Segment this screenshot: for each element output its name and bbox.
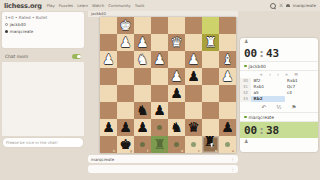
move-nav-bar: « ‹ › » ≡ [240,71,318,78]
file-coordinate: e [164,150,166,153]
takeback-button[interactable]: ↶ [262,102,267,112]
square-c2[interactable] [185,34,202,51]
game-info-card: 1+0 • Rated • Bullet jackb40 marqcreate [2,12,84,48]
square-d7[interactable]: ♞ [168,119,185,136]
square-f8[interactable] [134,136,151,153]
bottom-player-name[interactable]: marqcreate [249,115,274,120]
chess-board[interactable]: ♚♟♟♛♜♟♞♟♟♝♟♟♟♟♞♟♟♟♟♞♛♟♚♜♜hgfedcba1234567… [100,17,236,153]
square-h3[interactable]: ♟ [100,51,117,68]
white-rook[interactable]: ♜ [202,34,219,51]
nav-right: ⚔ marqcreate [270,3,316,9]
white-pawn[interactable]: ♟ [117,34,134,51]
mouse-cursor [210,143,214,149]
online-dot [244,65,247,68]
square-b1[interactable] [202,17,219,34]
square-d5[interactable]: ♟ [168,85,185,102]
white-pawn[interactable]: ♟ [134,34,151,51]
rank-coordinate: 2 [233,36,235,39]
square-e2[interactable] [151,34,168,51]
square-f5[interactable] [134,85,151,102]
board-toolbar: ⋮ [88,165,238,173]
first-move-button[interactable]: « [260,71,263,78]
square-e4[interactable] [151,68,168,85]
white-knight[interactable]: ♞ [134,51,151,68]
rank-coordinate: 3 [233,53,235,56]
chat-room-title: Chat room [5,54,28,59]
game-meta: 1+0 • Rated • Bullet [5,15,81,20]
white-pawn[interactable]: ♟ [168,68,185,85]
nav-learn[interactable]: Learn [77,3,88,8]
nav-community[interactable]: Community [108,3,131,8]
toolbar-menu-icon[interactable]: ⋮ [231,167,236,172]
square-h2[interactable] [100,34,117,51]
black-pawn[interactable]: ♟ [151,102,168,119]
square-c7[interactable]: ♛ [185,119,202,136]
square-f3[interactable]: ♞ [134,51,151,68]
square-c3[interactable]: ♟ [185,51,202,68]
square-h7[interactable]: ♟ [100,119,117,136]
bottom-player-clock-active: 00:38 [240,122,318,138]
white-king[interactable]: ♚ [117,17,134,34]
white-player-name[interactable]: jackb40 [10,22,26,27]
black-player-line: marqcreate [5,29,81,34]
chat-input[interactable]: Please be nice in the chat! [3,138,83,147]
lichess-app: lichess.org Play Puzzles Learn Watch Com… [0,0,320,180]
square-c6[interactable] [185,102,202,119]
square-d1[interactable] [168,17,185,34]
square-b7[interactable] [202,119,219,136]
square-h4[interactable] [100,68,117,85]
square-d3[interactable] [168,51,185,68]
square-e7[interactable] [151,119,168,136]
captured-pawn-icon: ♟ [244,38,248,45]
black-pawn[interactable]: ♟ [185,68,202,85]
square-e1[interactable] [151,17,168,34]
black-queen[interactable]: ♛ [185,119,202,136]
next-move-button[interactable]: › [277,71,279,78]
square-f6[interactable]: ♞ [134,102,151,119]
bottom-clock-seconds: 38 [266,124,279,137]
square-b2[interactable]: ♜ [202,34,219,51]
file-coordinate: c [198,150,200,153]
black-player-name[interactable]: marqcreate [10,29,34,34]
square-b3[interactable] [202,51,219,68]
square-b6[interactable] [202,102,219,119]
square-d2[interactable]: ♛ [168,34,185,51]
game-action-buttons: ↶ ½ ⚑ [240,102,318,112]
nav-play[interactable]: Play [47,3,55,8]
move-dest-dot[interactable] [157,125,162,130]
move-dest-dot[interactable] [191,142,196,147]
square-f4[interactable] [134,68,151,85]
square-c5[interactable] [185,85,202,102]
bottom-player-bar-name[interactable]: marqcreate [91,157,114,162]
square-f7[interactable]: ♟ [134,119,151,136]
square-e5[interactable] [151,85,168,102]
top-player-bar-name[interactable]: jackb40 [91,11,106,16]
white-pawn[interactable]: ♟ [100,51,117,68]
black-pawn[interactable]: ♟ [134,119,151,136]
white-color-icon [5,23,8,26]
clock-colon: : [258,47,265,60]
square-g4[interactable] [117,68,134,85]
dragged-black-rook[interactable]: ♜ [201,133,218,150]
bottom-captured-pieces: ♟ [240,138,318,145]
bar-menu-icon[interactable]: ⋮ [231,157,236,162]
header-username[interactable]: marqcreate [293,3,316,8]
square-g2[interactable]: ♟ [117,34,134,51]
bottom-player-row: marqcreate [240,112,318,122]
square-g6[interactable] [117,102,134,119]
square-h5[interactable] [100,85,117,102]
prev-move-button[interactable]: ‹ [269,71,271,78]
file-coordinate: d [181,150,183,153]
last-move-button[interactable]: » [285,71,288,78]
white-pawn[interactable]: ♟ [151,51,168,68]
nav-watch[interactable]: Watch [92,3,104,8]
rank-coordinate: 6 [233,104,235,107]
top-clock-seconds: 43 [266,47,279,60]
resign-button[interactable]: ⚑ [292,102,297,112]
draw-offer-button[interactable]: ½ [276,102,281,112]
black-pawn[interactable]: ♟ [117,119,134,136]
chat-toggle[interactable] [72,54,81,59]
black-pawn[interactable]: ♟ [168,85,185,102]
square-c1[interactable] [185,17,202,34]
rank-coordinate: 5 [233,87,235,90]
square-g3[interactable] [117,51,134,68]
move-dest-dot[interactable] [225,142,230,147]
rank-coordinate: 7 [233,121,235,124]
clock-colon: : [258,124,265,137]
challenges-icon[interactable]: ⚔ [279,3,283,8]
game-side-panel: ♟ 00:43 jackb40 « ‹ › » ≡ 30 Bf2 Rxb1 31… [240,38,318,152]
chat-messages-area [2,62,84,136]
top-captured-pieces: ♟ [240,38,318,45]
nav-puzzles[interactable]: Puzzles [59,3,73,8]
rank-coordinate: 1 [233,19,235,22]
bottom-clock-minutes: 00 [244,124,257,137]
square-b4[interactable] [202,68,219,85]
square-b5[interactable] [202,85,219,102]
notifications-bell-icon[interactable] [286,4,290,7]
square-c4[interactable]: ♟ [185,68,202,85]
file-coordinate: f [147,150,148,153]
square-g7[interactable]: ♟ [117,119,134,136]
square-f2[interactable]: ♟ [134,34,151,51]
nav-tools[interactable]: Tools [135,3,145,8]
top-player-row: jackb40 [240,61,318,71]
black-knight[interactable]: ♞ [134,102,151,119]
top-player-name[interactable]: jackb40 [249,64,266,69]
top-player-bar: jackb40 [88,11,238,17]
move-list: 30 Bf2 Rxb1 31 Rxb1 Qc7 32 a5 c4 33 Rb2 [240,78,318,102]
black-pawn[interactable]: ♟ [100,119,117,136]
file-coordinate: b [215,150,217,153]
square-h6[interactable] [100,102,117,119]
square-d6[interactable] [168,102,185,119]
rank-coordinate: 8 [233,138,235,141]
top-nav: lichess.org Play Puzzles Learn Watch Com… [0,0,320,11]
move-menu-button[interactable]: ≡ [294,71,298,78]
white-queen[interactable]: ♛ [168,34,185,51]
top-clock-minutes: 00 [244,47,257,60]
chat-input-placeholder: Please be nice in the chat! [6,140,58,145]
square-e6[interactable]: ♟ [151,102,168,119]
file-coordinate: h [113,150,115,153]
square-g5[interactable] [117,85,134,102]
white-pawn[interactable]: ♟ [185,51,202,68]
square-e3[interactable]: ♟ [151,51,168,68]
online-dot [244,116,247,119]
black-knight[interactable]: ♞ [168,119,185,136]
search-icon[interactable] [270,3,276,9]
lichess-logo[interactable]: lichess.org [4,2,42,10]
chat-header: Chat room [2,52,84,61]
file-coordinate: g [130,150,132,153]
square-g1[interactable]: ♚ [117,17,134,34]
square-d4[interactable]: ♟ [168,68,185,85]
square-f1[interactable] [134,17,151,34]
bottom-player-bar: marqcreate ⋮ [88,155,238,163]
top-player-clock: 00:43 [240,45,318,61]
rank-coordinate: 4 [233,70,235,73]
move-dest-dot[interactable] [174,142,179,147]
file-coordinate: a [232,150,234,153]
square-h1[interactable] [100,17,117,34]
captured-pawn-icon: ♟ [244,138,248,145]
black-color-icon [5,30,8,33]
move-dest-dot[interactable] [140,142,145,147]
white-player-line: jackb40 [5,22,81,27]
